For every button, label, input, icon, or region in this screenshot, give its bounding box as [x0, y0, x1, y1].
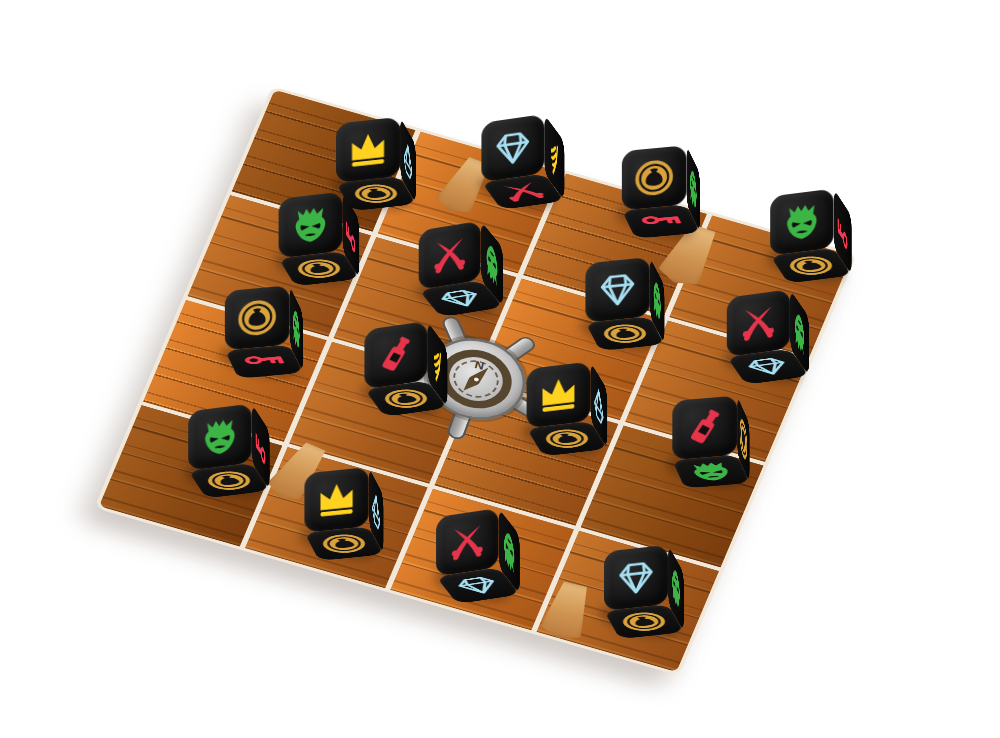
- gem-symbol-icon: [738, 354, 798, 380]
- coin-symbol-icon: [315, 531, 373, 556]
- die-r4c2-top-face-crown: [304, 467, 368, 533]
- face-symbol-icon: [781, 200, 823, 245]
- die-r2c2-top-face-swords: [419, 221, 481, 290]
- die-r4c1[interactable]: [196, 418, 262, 484]
- die-r2c4[interactable]: [735, 304, 801, 370]
- die-r1c3-top-face-coin: [622, 145, 687, 210]
- die-r4c3-top-face-swords: [436, 508, 498, 577]
- photo-stage: N: [0, 0, 1000, 738]
- bottle-symbol-icon: [375, 332, 417, 378]
- die-r4c4-top-face-gem: [604, 545, 668, 611]
- die-r4c2[interactable]: [311, 481, 377, 547]
- swords-symbol-icon: [429, 232, 470, 278]
- die-r3c4-top-face-bottle: [672, 395, 737, 460]
- face-symbol-icon: [484, 234, 500, 294]
- feather-symbol-icon: [547, 127, 561, 188]
- die-r1c1-top-face-crown: [336, 117, 400, 183]
- die-r4c4[interactable]: [611, 559, 677, 625]
- face-symbol-icon: [289, 203, 332, 248]
- die-r1c4[interactable]: [778, 203, 844, 269]
- key-symbol-icon: [236, 349, 293, 374]
- gem-symbol-icon: [615, 556, 658, 600]
- coin-symbol-icon: [538, 426, 597, 452]
- crown-symbol-icon: [315, 478, 358, 522]
- gem-symbol-icon: [402, 130, 413, 191]
- crown-symbol-icon: [537, 373, 580, 418]
- die-r2c1-top-face-face: [279, 192, 343, 259]
- coin-symbol-icon: [615, 609, 673, 635]
- crown-symbol-icon: [347, 128, 390, 172]
- die-r1c2[interactable]: [490, 129, 556, 195]
- die-r3c4-front-face-face: [672, 455, 749, 489]
- die-r3c3[interactable]: [534, 376, 600, 442]
- die-r2c4-top-face-swords: [727, 289, 790, 357]
- gem-symbol-icon: [447, 572, 508, 599]
- coin-symbol-icon: [596, 321, 654, 346]
- die-r4c3[interactable]: [445, 523, 511, 589]
- gem-symbol-icon: [596, 268, 639, 312]
- face-symbol-icon: [670, 558, 681, 619]
- die-r1c2-top-face-gem: [481, 114, 544, 182]
- coin-symbol-icon: [347, 181, 405, 207]
- coin-symbol-icon: [290, 256, 349, 282]
- gem-symbol-icon: [430, 285, 492, 312]
- coin-symbol-icon: [199, 468, 258, 494]
- coin-symbol-icon: [781, 253, 840, 279]
- swords-symbol-icon: [446, 519, 488, 565]
- key-symbol-icon: [345, 205, 357, 266]
- swords-symbol-icon: [493, 178, 553, 205]
- die-r3c1-top-face-coin: [225, 285, 290, 350]
- die-r3c2[interactable]: [373, 336, 439, 402]
- coin-symbol-icon: [376, 385, 436, 412]
- face-symbol-icon: [502, 521, 517, 581]
- key-symbol-icon: [633, 209, 690, 234]
- coin-symbol-icon: [633, 156, 676, 200]
- bottle-symbol-icon: [683, 406, 726, 449]
- die-r2c2[interactable]: [428, 236, 494, 302]
- face-symbol-icon: [688, 158, 698, 219]
- face-symbol-icon: [291, 298, 301, 359]
- die-r1c1[interactable]: [343, 131, 409, 197]
- die-r4c1-top-face-face: [188, 403, 251, 470]
- die-r3c1[interactable]: [231, 299, 297, 365]
- swords-symbol-icon: [737, 301, 779, 346]
- face-symbol-icon: [683, 459, 739, 484]
- coin-symbol-icon: [236, 296, 279, 340]
- dice-layer: [0, 0, 1000, 738]
- die-r3c3-top-face-crown: [527, 362, 591, 429]
- gem-symbol-icon: [593, 375, 605, 436]
- face-symbol-icon: [652, 270, 662, 331]
- die-r1c4-top-face-face: [770, 188, 833, 255]
- feather-symbol-icon: [430, 334, 444, 395]
- face-symbol-icon: [199, 415, 241, 460]
- die-r1c3[interactable]: [628, 159, 694, 225]
- die-r3c2-top-face-bottle: [364, 321, 427, 389]
- face-symbol-icon: [793, 302, 806, 363]
- gem-symbol-icon: [492, 125, 534, 171]
- key-symbol-icon: [836, 202, 849, 263]
- die-r2c3-top-face-gem: [585, 257, 649, 323]
- die-r2c1[interactable]: [286, 206, 352, 272]
- key-symbol-icon: [254, 417, 267, 478]
- die-r3c4[interactable]: [678, 409, 744, 475]
- die-r2c3[interactable]: [592, 271, 658, 337]
- coin-symbol-icon: [739, 409, 748, 470]
- gem-symbol-icon: [371, 480, 381, 541]
